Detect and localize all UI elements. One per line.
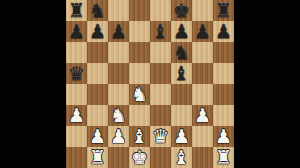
letterbox-left [0, 0, 66, 168]
black-knight-piece: ♞ [89, 0, 106, 21]
square-b6[interactable] [87, 42, 108, 63]
black-king-piece: ♚ [173, 0, 190, 21]
square-h2[interactable]: ♟ [213, 126, 234, 147]
square-g8[interactable] [192, 0, 213, 21]
square-a8[interactable]: ♜ [66, 0, 87, 21]
square-e8[interactable] [150, 0, 171, 21]
square-h3[interactable] [213, 105, 234, 126]
black-knight-piece: ♞ [173, 42, 190, 63]
square-d5[interactable] [129, 63, 150, 84]
letterbox-right [234, 0, 300, 168]
black-rook-piece: ♜ [68, 0, 85, 21]
square-b3[interactable] [87, 105, 108, 126]
square-c7[interactable]: ♟ [108, 21, 129, 42]
square-e4[interactable] [150, 84, 171, 105]
square-e5[interactable] [150, 63, 171, 84]
black-pawn-piece: ♟ [215, 21, 232, 42]
square-h8[interactable]: ♜ [213, 0, 234, 21]
square-a7[interactable]: ♟ [66, 21, 87, 42]
square-b7[interactable]: ♟ [87, 21, 108, 42]
black-pawn-piece: ♟ [110, 21, 127, 42]
square-f8[interactable]: ♚ [171, 0, 192, 21]
white-pawn-piece: ♟ [110, 126, 127, 147]
white-bishop-piece: ♝ [173, 147, 190, 168]
black-pawn-piece: ♟ [89, 21, 106, 42]
square-a5[interactable]: ♛ [66, 63, 87, 84]
square-f4[interactable] [171, 84, 192, 105]
black-rook-piece: ♜ [215, 0, 232, 21]
square-f6[interactable]: ♞ [171, 42, 192, 63]
square-c3[interactable]: ♞ [108, 105, 129, 126]
square-b2[interactable]: ♟ [87, 126, 108, 147]
square-c8[interactable] [108, 0, 129, 21]
square-g3[interactable]: ♟ [192, 105, 213, 126]
square-a4[interactable] [66, 84, 87, 105]
square-d7[interactable] [129, 21, 150, 42]
square-a2[interactable] [66, 126, 87, 147]
chess-board: ♜♞♚♜♟♟♟♝♟♟♟♞♛♝♞♟♞♟♟♟♝♛♟♟♜♚♝♜ [66, 0, 234, 168]
square-h1[interactable]: ♜ [213, 147, 234, 168]
square-a1[interactable] [66, 147, 87, 168]
square-e2[interactable]: ♛ [150, 126, 171, 147]
white-bishop-piece: ♝ [131, 126, 148, 147]
square-g2[interactable] [192, 126, 213, 147]
square-g4[interactable] [192, 84, 213, 105]
square-d3[interactable] [129, 105, 150, 126]
square-h6[interactable] [213, 42, 234, 63]
white-pawn-piece: ♟ [68, 105, 85, 126]
white-pawn-piece: ♟ [215, 126, 232, 147]
square-a6[interactable] [66, 42, 87, 63]
black-pawn-piece: ♟ [68, 21, 85, 42]
square-b1[interactable]: ♜ [87, 147, 108, 168]
square-b5[interactable] [87, 63, 108, 84]
square-d8[interactable] [129, 0, 150, 21]
square-f3[interactable] [171, 105, 192, 126]
square-d2[interactable]: ♝ [129, 126, 150, 147]
square-g7[interactable]: ♟ [192, 21, 213, 42]
square-g6[interactable] [192, 42, 213, 63]
square-b4[interactable] [87, 84, 108, 105]
white-pawn-piece: ♟ [173, 126, 190, 147]
square-d1[interactable]: ♚ [129, 147, 150, 168]
square-d6[interactable] [129, 42, 150, 63]
black-bishop-piece: ♝ [152, 21, 169, 42]
black-pawn-piece: ♟ [194, 21, 211, 42]
white-knight-piece: ♞ [131, 84, 148, 105]
square-f5[interactable]: ♝ [171, 63, 192, 84]
white-rook-piece: ♜ [215, 147, 232, 168]
square-c4[interactable] [108, 84, 129, 105]
white-king-piece: ♚ [131, 147, 148, 168]
square-e3[interactable] [150, 105, 171, 126]
square-h4[interactable] [213, 84, 234, 105]
square-g1[interactable] [192, 147, 213, 168]
square-f7[interactable]: ♟ [171, 21, 192, 42]
square-f2[interactable]: ♟ [171, 126, 192, 147]
square-h5[interactable] [213, 63, 234, 84]
black-bishop-piece: ♝ [173, 63, 190, 84]
white-pawn-piece: ♟ [89, 126, 106, 147]
square-c5[interactable] [108, 63, 129, 84]
square-c1[interactable] [108, 147, 129, 168]
square-g5[interactable] [192, 63, 213, 84]
square-f1[interactable]: ♝ [171, 147, 192, 168]
square-e7[interactable]: ♝ [150, 21, 171, 42]
square-a3[interactable]: ♟ [66, 105, 87, 126]
white-knight-piece: ♞ [110, 105, 127, 126]
square-d4[interactable]: ♞ [129, 84, 150, 105]
square-e6[interactable] [150, 42, 171, 63]
square-e1[interactable] [150, 147, 171, 168]
white-pawn-piece: ♟ [194, 105, 211, 126]
square-c6[interactable] [108, 42, 129, 63]
video-frame: ♜♞♚♜♟♟♟♝♟♟♟♞♛♝♞♟♞♟♟♟♝♛♟♟♜♚♝♜ [0, 0, 300, 168]
black-pawn-piece: ♟ [173, 21, 190, 42]
square-c2[interactable]: ♟ [108, 126, 129, 147]
black-queen-piece: ♛ [68, 63, 85, 84]
square-h7[interactable]: ♟ [213, 21, 234, 42]
square-b8[interactable]: ♞ [87, 0, 108, 21]
white-queen-piece: ♛ [152, 126, 169, 147]
white-rook-piece: ♜ [89, 147, 106, 168]
